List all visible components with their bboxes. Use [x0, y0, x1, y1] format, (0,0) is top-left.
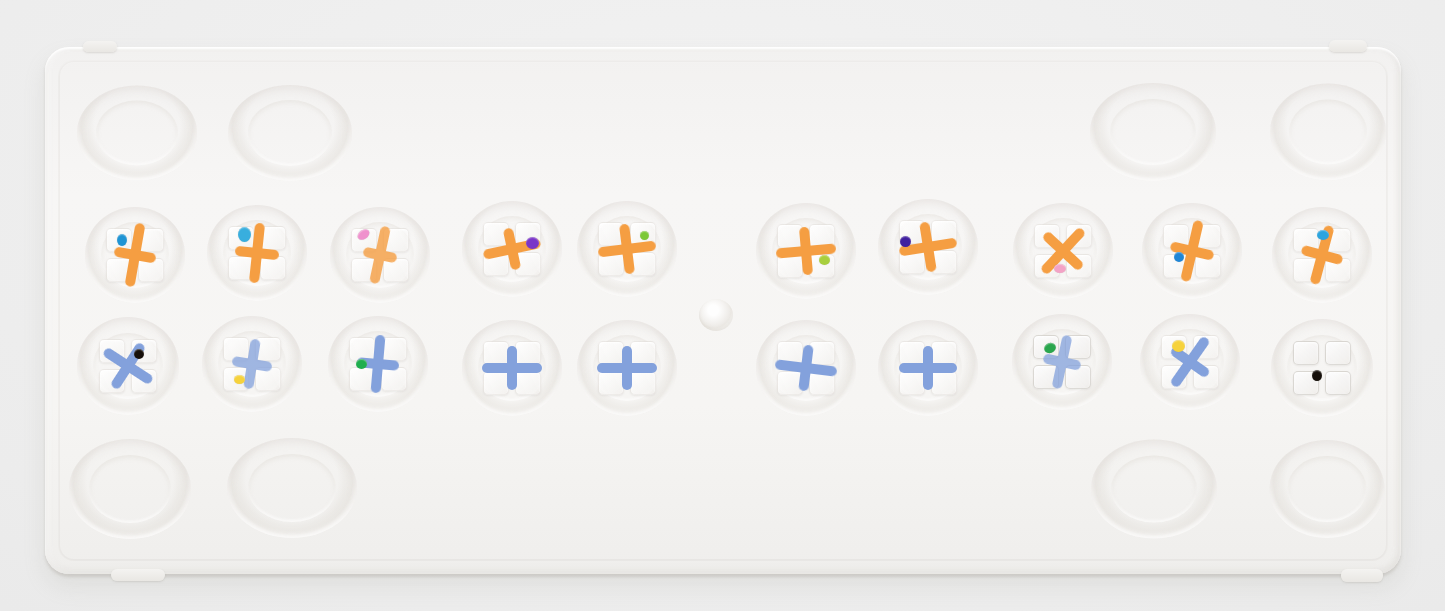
bracket-well: [77, 317, 179, 415]
color-id-dot: [134, 349, 144, 359]
marking-cross: [595, 219, 659, 280]
empty-well: [228, 85, 352, 181]
bracket-holder: [462, 320, 562, 416]
tray-foot-bottom-left: [111, 569, 165, 581]
bracket-holder: [1142, 203, 1242, 299]
bracket-holder: [328, 316, 428, 412]
bracket: [1161, 335, 1219, 389]
bracket-holder: [577, 320, 677, 416]
bracket-well: [1142, 203, 1242, 299]
empty-well: [77, 86, 197, 181]
marking-cross: [899, 341, 957, 395]
bracket: [106, 228, 164, 282]
bracket: [598, 341, 656, 395]
empty-well: [227, 438, 357, 538]
bracket-well: [1271, 319, 1373, 417]
bracket-well: [462, 201, 562, 297]
bracket-holder: [1140, 314, 1240, 410]
marking-bar-vertical: [923, 346, 933, 390]
bracket-well: [756, 320, 856, 416]
marking-cross: [1023, 211, 1102, 290]
bracket: [483, 341, 541, 395]
bracket: [99, 339, 157, 393]
marking-cross: [598, 341, 656, 395]
bracket-holder: [878, 320, 978, 416]
color-id-dot: [526, 237, 539, 249]
tray-center-bump: [699, 299, 733, 331]
color-id-dot: [234, 375, 245, 384]
bracket-holder: [756, 320, 856, 416]
bracket-well: [330, 207, 430, 303]
bracket: [899, 220, 957, 274]
marking-cross: [346, 223, 414, 288]
marking-cross: [102, 223, 168, 286]
bracket-well: [1013, 203, 1113, 299]
bracket: [899, 341, 957, 395]
marking-cross: [774, 338, 838, 399]
color-id-dot: [1312, 370, 1322, 381]
color-id-dot: [1174, 252, 1184, 262]
bracket-holder: [330, 207, 430, 303]
bracket-holder: [577, 201, 677, 297]
marking-cross: [1028, 330, 1096, 395]
color-id-dot: [1054, 264, 1066, 273]
bracket-well: [207, 205, 307, 301]
bracket-tie-wing: [1325, 371, 1351, 395]
marking-cross: [895, 216, 961, 278]
empty-well: [1270, 84, 1386, 181]
bracket-holder: [1013, 203, 1113, 299]
bracket-holder: [1272, 207, 1372, 303]
bracket-well: [878, 199, 978, 295]
bracket-holder: [1271, 319, 1373, 417]
color-id-dot: [900, 236, 911, 247]
empty-well: [1270, 440, 1385, 538]
tray-foot-bottom-right: [1341, 569, 1383, 582]
marking-cross: [225, 223, 288, 283]
bracket-tie-wing: [1325, 341, 1351, 365]
tray-foot-top-left: [83, 41, 117, 52]
bracket-holder: [207, 205, 307, 301]
bracket-holder: [202, 316, 302, 412]
bracket-holder: [85, 207, 185, 303]
color-id-dot: [238, 227, 251, 242]
marking-cross: [775, 222, 837, 281]
bracket-holder: [462, 201, 562, 297]
bracket-well: [462, 320, 562, 416]
bracket-tie-wing: [1293, 341, 1319, 365]
marking-bar-vertical: [507, 346, 517, 390]
empty-well: [1091, 440, 1217, 539]
bracket: [1033, 335, 1091, 389]
bracket: [1163, 224, 1221, 278]
bracket-well: [85, 207, 185, 303]
color-id-dot: [1317, 230, 1329, 240]
tray-foot-top-right: [1329, 40, 1367, 52]
bracket-well: [202, 316, 302, 412]
bracket-well: [328, 316, 428, 412]
bracket: [223, 337, 281, 391]
bracket-well: [878, 320, 978, 416]
color-id-dot: [356, 359, 367, 369]
empty-well: [69, 439, 191, 539]
marking-bar-vertical: [622, 346, 632, 390]
bracket-holder: [878, 199, 978, 295]
color-id-dot: [1172, 340, 1185, 352]
marking-cross: [219, 333, 285, 395]
bracket-holder: [1012, 314, 1112, 410]
bracket: [598, 222, 656, 276]
empty-well: [1090, 83, 1216, 181]
bracket: [483, 222, 541, 276]
marking-cross: [483, 341, 541, 395]
color-id-dot: [819, 255, 830, 265]
bracket-holder: [77, 317, 179, 415]
bracket-well: [577, 201, 677, 297]
bracket-well: [577, 320, 677, 416]
bracket-well: [756, 203, 856, 299]
bracket-well: [1012, 314, 1112, 410]
bracket: [777, 224, 835, 278]
bracket-holder: [756, 203, 856, 299]
bracket-well: [1140, 314, 1240, 410]
bracket: [777, 341, 835, 395]
photo-backdrop: [0, 0, 1445, 611]
bracket-well: [1272, 207, 1372, 303]
marking-bar-vertical: [799, 227, 813, 276]
color-id-dot: [640, 231, 649, 240]
bracket: [1293, 341, 1351, 395]
color-id-dot: [117, 234, 127, 246]
